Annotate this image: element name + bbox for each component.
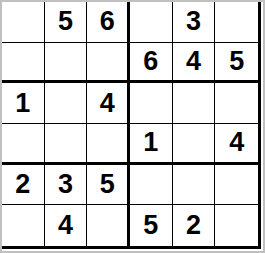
cell-r1c3[interactable]: 6 bbox=[87, 2, 130, 43]
cell-r4c4[interactable]: 1 bbox=[130, 124, 173, 165]
cell-r3c3[interactable]: 4 bbox=[87, 83, 130, 124]
cell-r1c6[interactable] bbox=[215, 2, 258, 43]
cell-r6c4[interactable]: 5 bbox=[130, 205, 173, 246]
cell-r5c6[interactable] bbox=[215, 165, 258, 206]
cell-r5c5[interactable] bbox=[173, 165, 216, 206]
cell-r2c6[interactable]: 5 bbox=[215, 43, 258, 84]
sudoku-grid: 5 6 3 6 4 5 1 4 1 4 2 3 5 4 5 2 bbox=[2, 2, 261, 249]
cell-r2c1[interactable] bbox=[2, 43, 45, 84]
cell-r3c2[interactable] bbox=[45, 83, 88, 124]
cell-r4c3[interactable] bbox=[87, 124, 130, 165]
cell-r2c4[interactable]: 6 bbox=[130, 43, 173, 84]
cell-r5c1[interactable]: 2 bbox=[2, 165, 45, 206]
cell-r1c2[interactable]: 5 bbox=[45, 2, 88, 43]
cell-r2c2[interactable] bbox=[45, 43, 88, 84]
cell-r6c6[interactable] bbox=[215, 205, 258, 246]
cell-r6c3[interactable] bbox=[87, 205, 130, 246]
cell-r4c2[interactable] bbox=[45, 124, 88, 165]
cell-r5c2[interactable]: 3 bbox=[45, 165, 88, 206]
cell-r4c5[interactable] bbox=[173, 124, 216, 165]
cell-r6c2[interactable]: 4 bbox=[45, 205, 88, 246]
puzzle-frame: 5 6 3 6 4 5 1 4 1 4 2 3 5 4 5 2 bbox=[0, 0, 265, 253]
cell-r1c5[interactable]: 3 bbox=[173, 2, 216, 43]
cell-r5c4[interactable] bbox=[130, 165, 173, 206]
cell-r6c5[interactable]: 2 bbox=[173, 205, 216, 246]
cell-r4c6[interactable]: 4 bbox=[215, 124, 258, 165]
cell-r5c3[interactable]: 5 bbox=[87, 165, 130, 206]
cell-r3c4[interactable] bbox=[130, 83, 173, 124]
cell-r4c1[interactable] bbox=[2, 124, 45, 165]
cell-r2c3[interactable] bbox=[87, 43, 130, 84]
cell-r2c5[interactable]: 4 bbox=[173, 43, 216, 84]
cell-r3c5[interactable] bbox=[173, 83, 216, 124]
cell-r3c1[interactable]: 1 bbox=[2, 83, 45, 124]
cell-r1c1[interactable] bbox=[2, 2, 45, 43]
cell-r6c1[interactable] bbox=[2, 205, 45, 246]
cell-r1c4[interactable] bbox=[130, 2, 173, 43]
cell-r3c6[interactable] bbox=[215, 83, 258, 124]
